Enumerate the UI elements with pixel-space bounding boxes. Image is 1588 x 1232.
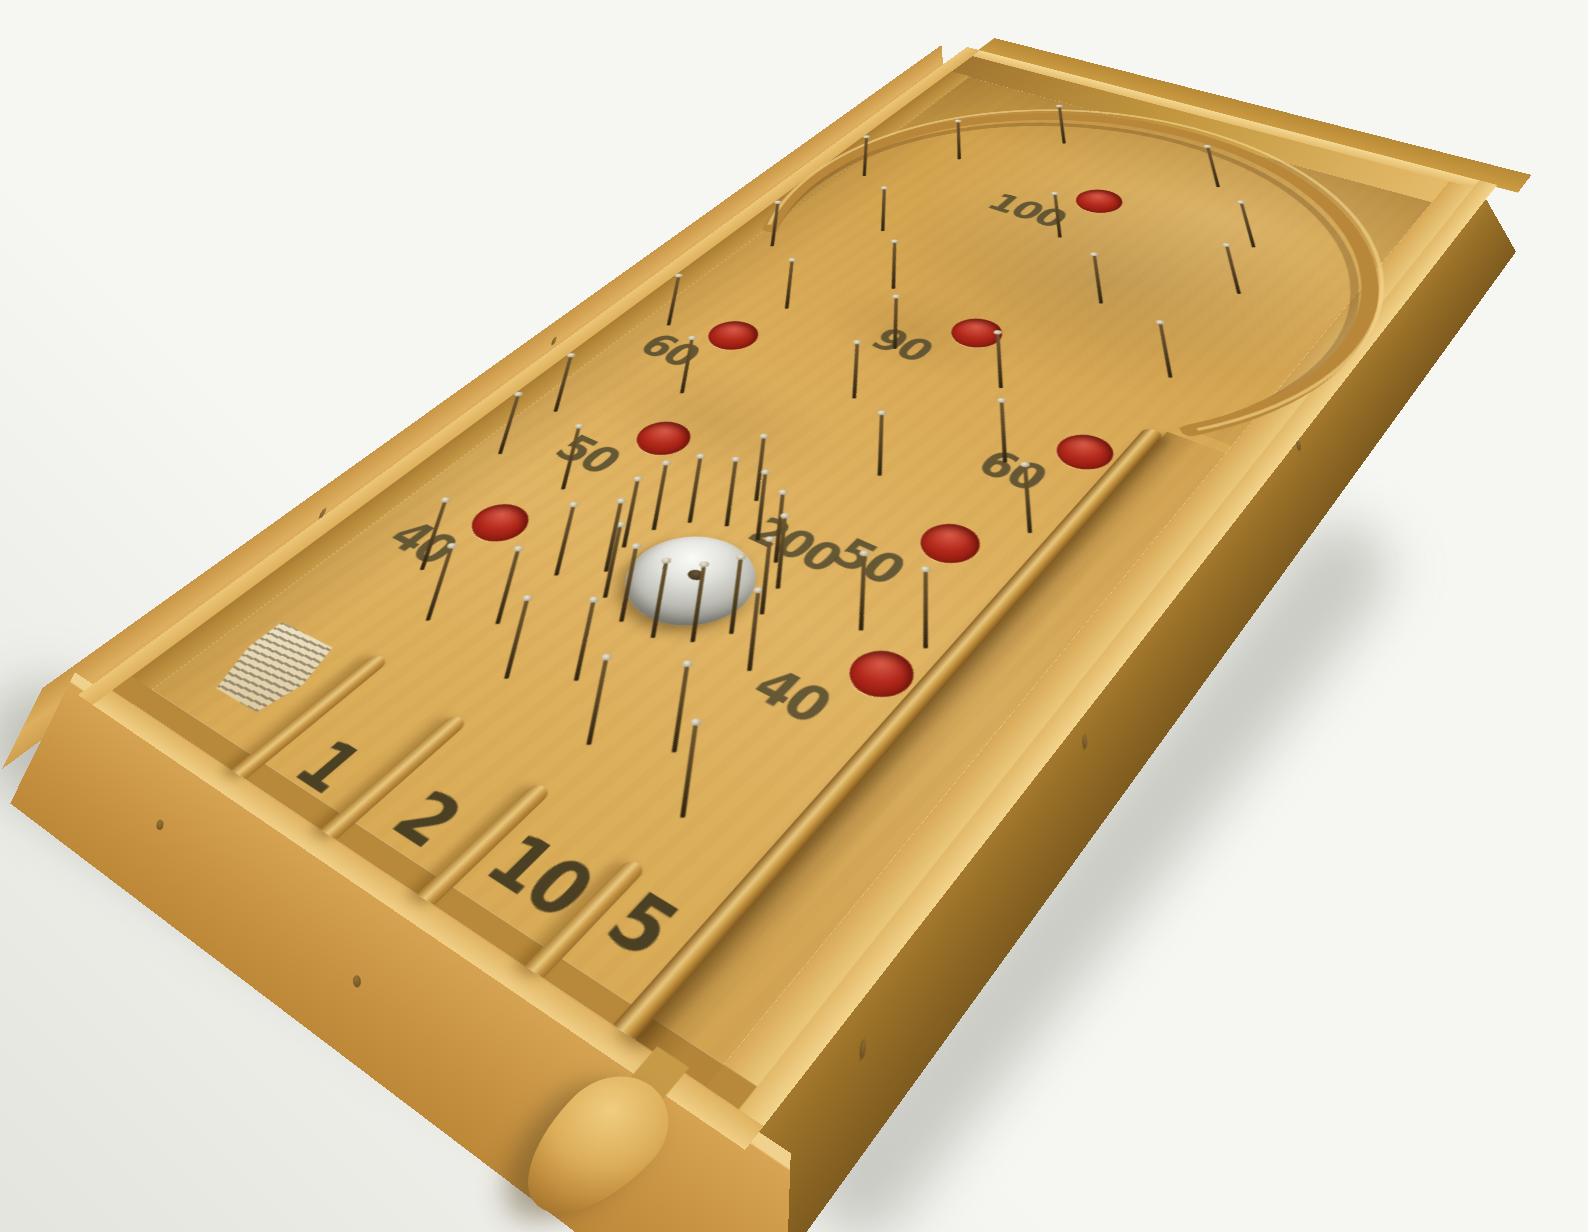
frame-nail	[860, 1036, 866, 1062]
frame-nail	[155, 818, 165, 832]
frame-nail	[352, 973, 362, 989]
frame-nail	[1082, 732, 1088, 751]
pin	[923, 569, 928, 648]
pin	[893, 296, 898, 348]
pin	[956, 121, 960, 159]
pin	[891, 241, 896, 289]
